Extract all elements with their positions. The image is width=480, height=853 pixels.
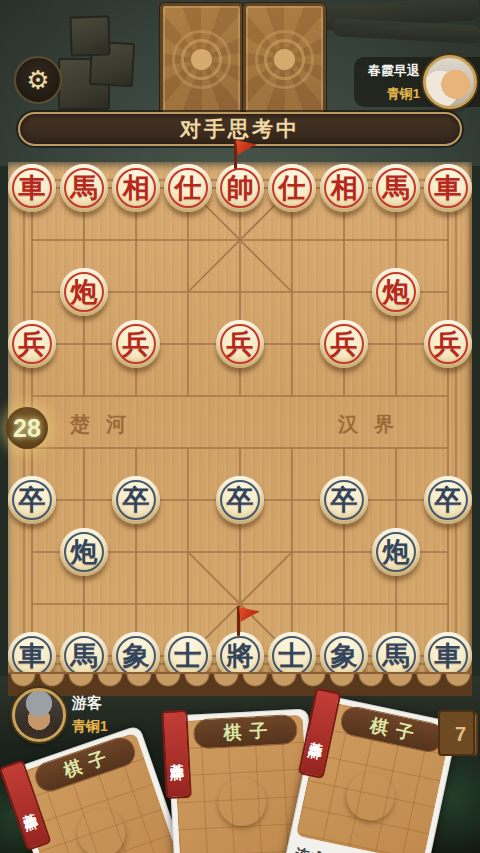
piece-character: 卒 — [227, 487, 254, 514]
piece-character: 炮 — [71, 279, 98, 306]
piece-black-soldier[interactable]: 卒 — [320, 476, 368, 524]
piece-character: 馬 — [71, 175, 98, 202]
piece-red-chariot[interactable]: 車 — [8, 164, 56, 212]
red-flag-icon-bottom — [237, 606, 261, 636]
piece-character: 卒 — [331, 487, 358, 514]
crate-decoration — [69, 15, 110, 56]
player-rank-badge: 青铜1 — [72, 718, 108, 736]
river-label-chu: 楚河 — [70, 411, 142, 438]
piece-character: 象 — [123, 643, 150, 670]
move-timer: 28 — [6, 407, 48, 449]
piece-character: 卒 — [19, 487, 46, 514]
piece-red-cannon[interactable]: 炮 — [60, 268, 108, 316]
piece-character: 士 — [175, 643, 202, 670]
piece-character: 馬 — [383, 175, 410, 202]
piece-character: 馬 — [71, 643, 98, 670]
piece-character: 炮 — [71, 539, 98, 566]
piece-black-soldier[interactable]: 卒 — [424, 476, 472, 524]
piece-character: 馬 — [383, 643, 410, 670]
piece-black-soldier[interactable]: 卒 — [112, 476, 160, 524]
piece-character: 車 — [435, 175, 462, 202]
piece-character: 卒 — [123, 487, 150, 514]
piece-red-advisor[interactable]: 仕 — [164, 164, 212, 212]
opponent-avatar[interactable] — [423, 55, 477, 109]
river-label-han: 汉界 — [338, 411, 410, 438]
opponent-name: 春霞早退 — [300, 62, 420, 80]
piece-red-soldier[interactable]: 兵 — [216, 320, 264, 368]
opponent-rank-badge: 青铜1 — [300, 85, 420, 103]
player-name: 游客 — [72, 694, 102, 713]
piece-character: 相 — [123, 175, 150, 202]
piece-character: 帥 — [227, 175, 254, 202]
piece-character: 仕 — [175, 175, 202, 202]
gear-icon: ⚙ — [26, 67, 49, 93]
red-flag-icon-top — [234, 139, 258, 169]
deck-counter[interactable]: 7 — [443, 712, 478, 756]
piece-red-soldier[interactable]: 兵 — [8, 320, 56, 368]
piece-red-advisor[interactable]: 仕 — [268, 164, 316, 212]
player-avatar[interactable] — [12, 688, 66, 742]
card-type-ribbon: 基本牌 — [161, 710, 192, 799]
piece-character: 將 — [227, 643, 254, 670]
deck-count-value: 7 — [455, 723, 466, 746]
piece-character: 兵 — [19, 331, 46, 358]
xiangqi-board[interactable]: 楚河 汉界 車馬相仕帥仕相馬車炮炮兵兵兵兵兵卒卒卒卒卒炮炮車馬象士將士象馬車 — [8, 162, 472, 676]
piece-character: 兵 — [123, 331, 150, 358]
piece-red-soldier[interactable]: 兵 — [112, 320, 160, 368]
piece-character: 車 — [19, 643, 46, 670]
piece-character: 車 — [435, 643, 462, 670]
piece-black-soldier[interactable]: 卒 — [216, 476, 264, 524]
piece-red-horse[interactable]: 馬 — [60, 164, 108, 212]
board-bottom-tile-edge — [8, 672, 472, 696]
piece-black-cannon[interactable]: 炮 — [60, 528, 108, 576]
piece-character: 士 — [279, 643, 306, 670]
piece-red-soldier[interactable]: 兵 — [320, 320, 368, 368]
piece-black-soldier[interactable]: 卒 — [8, 476, 56, 524]
piece-character: 兵 — [331, 331, 358, 358]
card-title: 棋子 — [193, 714, 298, 749]
move-timer-value: 28 — [13, 414, 41, 443]
piece-character: 兵 — [435, 331, 462, 358]
piece-character: 車 — [19, 175, 46, 202]
piece-character: 炮 — [383, 279, 410, 306]
log-decoration — [332, 18, 480, 44]
xiangqi-game-screen: ⚙ 春霞早退 青铜1 对手思考中 楚河 汉界 車馬相仕帥仕相馬車炮 — [0, 0, 480, 853]
piece-red-soldier[interactable]: 兵 — [424, 320, 472, 368]
piece-character: 炮 — [383, 539, 410, 566]
piece-character: 卒 — [435, 487, 462, 514]
piece-red-elephant[interactable]: 相 — [320, 164, 368, 212]
opponent-card-back-1 — [160, 3, 243, 116]
piece-black-cannon[interactable]: 炮 — [372, 528, 420, 576]
piece-red-general[interactable]: 帥 — [216, 164, 264, 212]
piece-character: 相 — [331, 175, 358, 202]
piece-red-cannon[interactable]: 炮 — [372, 268, 420, 316]
piece-red-horse[interactable]: 馬 — [372, 164, 420, 212]
piece-character: 仕 — [279, 175, 306, 202]
piece-character: 象 — [331, 643, 358, 670]
piece-red-chariot[interactable]: 車 — [424, 164, 472, 212]
settings-button[interactable]: ⚙ — [14, 56, 62, 104]
piece-character: 兵 — [227, 331, 254, 358]
piece-red-elephant[interactable]: 相 — [112, 164, 160, 212]
